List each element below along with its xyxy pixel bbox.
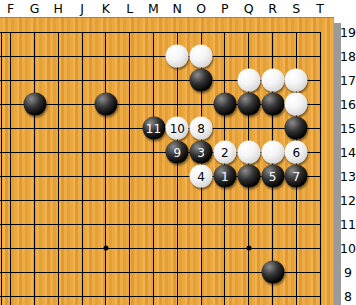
stone-white-S17[interactable]: [285, 69, 308, 92]
row-label-16: 16: [340, 97, 356, 112]
grid-line: [82, 32, 83, 305]
grid-line: [34, 32, 35, 305]
stone-black-S13[interactable]: 7: [285, 165, 308, 188]
stone-white-R17[interactable]: [261, 69, 284, 92]
grid-line: [58, 32, 59, 305]
stone-black-N14[interactable]: 9: [166, 141, 189, 164]
move-number: 10: [170, 122, 185, 134]
column-label-K: K: [102, 1, 110, 16]
stone-black-Q13[interactable]: [237, 165, 260, 188]
row-label-15: 15: [340, 121, 356, 136]
row-label-18: 18: [340, 49, 356, 64]
grid-line: [105, 32, 106, 305]
row-label-14: 14: [340, 145, 356, 160]
stone-black-G16[interactable]: [23, 93, 46, 116]
row-label-9: 9: [340, 265, 356, 280]
column-label-J: J: [80, 1, 84, 16]
move-number: 4: [197, 170, 205, 182]
stone-white-Q17[interactable]: [237, 69, 260, 92]
board-surface[interactable]: 1110893264157: [0, 17, 334, 305]
row-label-11: 11: [340, 217, 356, 232]
stone-white-N15[interactable]: 10: [166, 117, 189, 140]
move-number: 9: [173, 146, 181, 158]
row-label-17: 17: [340, 73, 356, 88]
stone-black-S15[interactable]: [285, 117, 308, 140]
move-number: 1: [221, 170, 229, 182]
column-label-N: N: [173, 1, 182, 16]
grid-line: [0, 248, 321, 249]
grid-line: [0, 56, 321, 57]
stone-white-Q14[interactable]: [237, 141, 260, 164]
move-number: 8: [197, 122, 205, 134]
stone-black-K16[interactable]: [94, 93, 117, 116]
grid-line: [320, 32, 321, 305]
move-number: 2: [221, 146, 229, 158]
column-label-R: R: [268, 1, 277, 16]
move-number: 7: [292, 170, 300, 182]
stone-white-N18[interactable]: [166, 45, 189, 68]
column-label-L: L: [126, 1, 133, 16]
stone-black-R16[interactable]: [261, 93, 284, 116]
column-label-P: P: [221, 1, 229, 16]
move-number: 3: [197, 146, 205, 158]
stone-black-P16[interactable]: [213, 93, 236, 116]
move-number: 11: [146, 122, 161, 134]
stone-black-Q16[interactable]: [237, 93, 260, 116]
stone-white-O13[interactable]: 4: [190, 165, 213, 188]
board-drop-shadow: [334, 23, 341, 305]
stone-white-S14[interactable]: 6: [285, 141, 308, 164]
stone-white-O15[interactable]: 8: [190, 117, 213, 140]
row-label-10: 10: [340, 241, 356, 256]
stone-white-S16[interactable]: [285, 93, 308, 116]
column-label-T: T: [316, 1, 324, 16]
column-label-H: H: [54, 1, 63, 16]
column-label-S: S: [292, 1, 300, 16]
stone-black-R9[interactable]: [261, 261, 284, 284]
stone-black-O17[interactable]: [190, 69, 213, 92]
star-point: [103, 246, 108, 251]
stone-white-R14[interactable]: [261, 141, 284, 164]
grid-line: [1, 32, 2, 305]
grid-line: [129, 32, 130, 305]
row-label-8: 8: [340, 289, 356, 304]
column-label-M: M: [148, 1, 159, 16]
column-label-Q: Q: [244, 1, 254, 16]
grid-line: [0, 32, 321, 33]
grid-line: [10, 32, 11, 305]
grid-line: [153, 32, 154, 305]
column-label-F: F: [7, 1, 14, 16]
grid-line: [0, 224, 321, 225]
stone-black-R13[interactable]: 5: [261, 165, 284, 188]
go-board-diagram: 1110893264157 FGHJKLMNOPQRST 19181716151…: [0, 0, 356, 305]
star-point: [246, 246, 251, 251]
grid-line: [177, 32, 178, 305]
grid-line: [0, 200, 321, 201]
stone-white-P14[interactable]: 2: [213, 141, 236, 164]
stone-black-M15[interactable]: 11: [142, 117, 165, 140]
move-number: 6: [292, 146, 300, 158]
move-number: 5: [269, 170, 277, 182]
column-label-O: O: [196, 1, 206, 16]
stone-black-P13[interactable]: 1: [213, 165, 236, 188]
row-label-13: 13: [340, 169, 356, 184]
stone-black-O14[interactable]: 3: [190, 141, 213, 164]
column-label-G: G: [30, 1, 40, 16]
stone-white-O18[interactable]: [190, 45, 213, 68]
row-label-12: 12: [340, 193, 356, 208]
row-label-19: 19: [340, 25, 356, 40]
grid-line: [0, 296, 321, 297]
